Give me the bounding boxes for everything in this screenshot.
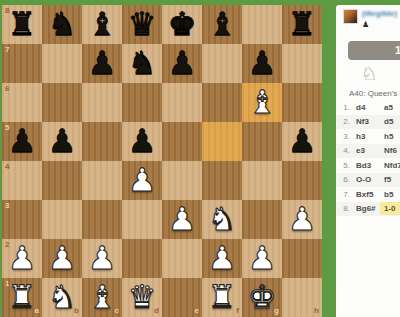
white-pawn-b2: ♟ — [48, 239, 77, 278]
white-move[interactable]: Nf3 — [356, 117, 384, 126]
square-e3[interactable]: ♟ — [162, 200, 202, 239]
black-pawn-c7: ♟ — [88, 44, 117, 83]
square-b4[interactable] — [42, 161, 82, 200]
square-b5[interactable]: ♟ — [42, 122, 82, 161]
square-a7[interactable]: 7 — [2, 44, 42, 83]
square-b7[interactable] — [42, 44, 82, 83]
white-queen-d1: ♛ — [128, 278, 157, 317]
black-move[interactable]: f5 — [384, 175, 391, 184]
square-f2[interactable]: ♟ — [202, 239, 242, 278]
square-b1[interactable]: b♞ — [42, 278, 82, 317]
white-knight-b1: ♞ — [48, 278, 77, 317]
white-bishop-c1: ♝ — [88, 278, 117, 317]
black-pawn-g7: ♟ — [248, 44, 277, 83]
file-label-e: e — [195, 307, 199, 315]
black-move[interactable]: b5 — [384, 190, 393, 199]
square-d7[interactable]: ♞ — [122, 44, 162, 83]
white-move[interactable]: Bd3 — [356, 161, 384, 170]
move-row-4: 4.e3Nf6 — [336, 144, 400, 159]
square-c5[interactable] — [82, 122, 122, 161]
square-f1[interactable]: f♜ — [202, 278, 242, 317]
move-number: 3. — [340, 132, 350, 141]
square-d4[interactable]: ♟ — [122, 161, 162, 200]
square-f5[interactable] — [202, 122, 242, 161]
square-e4[interactable] — [162, 161, 202, 200]
square-e5[interactable] — [162, 122, 202, 161]
black-pawn-h5: ♟ — [288, 122, 317, 161]
square-f7[interactable] — [202, 44, 242, 83]
square-e2[interactable] — [162, 239, 202, 278]
black-rook-h8: ♜ — [288, 5, 317, 44]
square-a2[interactable]: 2♟ — [2, 239, 42, 278]
white-move[interactable]: d4 — [356, 103, 384, 112]
square-g8[interactable] — [242, 5, 282, 44]
square-h7[interactable] — [282, 44, 322, 83]
game-page: { "game": "chess", "position": { "fen": … — [0, 0, 400, 317]
square-f6[interactable] — [202, 83, 242, 122]
square-b6[interactable] — [42, 83, 82, 122]
chess-board[interactable]: 8♜♞♝♛♚♝♜7♟♞♟♟6♝5♟♟♟♟4♟3♟♞♟2♟♟♟♟♟1a♜b♞c♝d… — [2, 5, 322, 317]
rank-label-4: 4 — [5, 163, 9, 171]
move-row-3: 3.h3h5 — [336, 129, 400, 144]
move-number: 6. — [340, 175, 350, 184]
rank-label-7: 7 — [5, 46, 9, 54]
square-d2[interactable] — [122, 239, 162, 278]
black-queen-d8: ♛ — [128, 5, 157, 44]
pawn-icon: ♟ — [362, 20, 369, 29]
square-h3[interactable]: ♟ — [282, 200, 322, 239]
white-pawn-g2: ♟ — [248, 239, 277, 278]
square-a8[interactable]: 8♜ — [2, 5, 42, 44]
square-e8[interactable]: ♚ — [162, 5, 202, 44]
square-c7[interactable]: ♟ — [82, 44, 122, 83]
square-f4[interactable] — [202, 161, 242, 200]
knight-icon: ♘ — [358, 62, 380, 84]
square-g6[interactable]: ♝ — [242, 83, 282, 122]
white-pawn-f2: ♟ — [208, 239, 237, 278]
move-number: 7. — [340, 190, 350, 199]
rank-label-3: 3 — [5, 202, 9, 210]
white-pawn-e3: ♟ — [168, 200, 197, 239]
black-knight-b8: ♞ — [48, 5, 77, 44]
move-number: 5. — [340, 161, 350, 170]
player-username[interactable]: (illegible) — [362, 9, 400, 19]
square-b8[interactable]: ♞ — [42, 5, 82, 44]
white-rook-f1: ♜ — [208, 278, 237, 317]
move-row-5: 5.Bd3Nfd7 — [336, 158, 400, 173]
player-clock: 1 — [348, 41, 400, 60]
white-move[interactable]: h3 — [356, 132, 384, 141]
square-c8[interactable]: ♝ — [82, 5, 122, 44]
square-d3[interactable] — [122, 200, 162, 239]
square-e6[interactable] — [162, 83, 202, 122]
white-knight-f3: ♞ — [208, 200, 237, 239]
square-e1[interactable]: e — [162, 278, 202, 317]
square-a4[interactable]: 4 — [2, 161, 42, 200]
square-g5[interactable] — [242, 122, 282, 161]
white-pawn-h3: ♟ — [288, 200, 317, 239]
square-d8[interactable]: ♛ — [122, 5, 162, 44]
square-g1[interactable]: g♚ — [242, 278, 282, 317]
black-move[interactable]: h5 — [384, 132, 393, 141]
move-number: 8. — [340, 204, 350, 213]
square-f3[interactable]: ♞ — [202, 200, 242, 239]
move-row-2: 2.Nf3d5 — [336, 115, 400, 130]
square-h1[interactable]: h — [282, 278, 322, 317]
square-c2[interactable]: ♟ — [82, 239, 122, 278]
white-pawn-d4: ♟ — [128, 161, 157, 200]
square-h8[interactable]: ♜ — [282, 5, 322, 44]
square-g3[interactable] — [242, 200, 282, 239]
white-king-g1: ♚ — [248, 278, 277, 317]
move-number: 4. — [340, 146, 350, 155]
square-g4[interactable] — [242, 161, 282, 200]
file-label-f: f — [236, 307, 239, 315]
game-result[interactable]: 1-0 — [384, 202, 400, 215]
move-row-1: 1.d4a5 — [336, 100, 400, 115]
square-a3[interactable]: 3 — [2, 200, 42, 239]
opening-name: A40: Queen's Pawn Game — [349, 89, 400, 98]
black-move[interactable]: Nf6 — [384, 146, 397, 155]
square-c3[interactable] — [82, 200, 122, 239]
white-rook-a1: ♜ — [8, 278, 37, 317]
black-move[interactable]: a5 — [384, 103, 393, 112]
white-move[interactable]: e3 — [356, 146, 384, 155]
rank-label-6: 6 — [5, 85, 9, 93]
move-row-8: 8.Bg6#1-0 — [336, 202, 400, 217]
move-row-7: 7.Bxf5b5 — [336, 187, 400, 202]
square-a6[interactable]: 6 — [2, 83, 42, 122]
square-b3[interactable] — [42, 200, 82, 239]
black-pawn-e7: ♟ — [168, 44, 197, 83]
black-move[interactable]: d5 — [384, 117, 393, 126]
white-bishop-g6: ♝ — [248, 83, 277, 122]
black-pawn-a5: ♟ — [8, 122, 37, 161]
square-d5[interactable]: ♟ — [122, 122, 162, 161]
move-row-6: 6.O-Of5 — [336, 173, 400, 188]
square-e7[interactable]: ♟ — [162, 44, 202, 83]
white-move[interactable]: Bxf5 — [356, 190, 384, 199]
player-avatar[interactable] — [343, 9, 358, 24]
square-h4[interactable] — [282, 161, 322, 200]
file-label-h: h — [314, 307, 319, 315]
square-g2[interactable]: ♟ — [242, 239, 282, 278]
square-c4[interactable] — [82, 161, 122, 200]
black-move[interactable]: Nfd7 — [384, 161, 400, 170]
square-h6[interactable] — [282, 83, 322, 122]
black-pawn-d5: ♟ — [128, 122, 157, 161]
white-move[interactable]: O-O — [356, 175, 384, 184]
move-number: 1. — [340, 103, 350, 112]
square-c1[interactable]: c♝ — [82, 278, 122, 317]
black-rook-a8: ♜ — [8, 5, 37, 44]
square-h5[interactable]: ♟ — [282, 122, 322, 161]
move-list: 1.d4a52.Nf3d53.h3h54.e3Nf65.Bd3Nfd76.O-O… — [336, 100, 400, 216]
black-bishop-f8: ♝ — [208, 5, 237, 44]
square-d6[interactable] — [122, 83, 162, 122]
black-pawn-b5: ♟ — [48, 122, 77, 161]
square-g7[interactable]: ♟ — [242, 44, 282, 83]
black-knight-d7: ♞ — [128, 44, 157, 83]
square-c6[interactable] — [82, 83, 122, 122]
square-d1[interactable]: d♛ — [122, 278, 162, 317]
game-sidebar: (illegible) ♟ 1 ♘ A40: Queen's Pawn Game… — [336, 5, 400, 317]
square-a5[interactable]: 5♟ — [2, 122, 42, 161]
white-pawn-a2: ♟ — [8, 239, 37, 278]
black-bishop-c8: ♝ — [88, 5, 117, 44]
square-a1[interactable]: 1a♜ — [2, 278, 42, 317]
square-b2[interactable]: ♟ — [42, 239, 82, 278]
result-chip[interactable]: 1-0 — [380, 202, 400, 215]
white-pawn-c2: ♟ — [88, 239, 117, 278]
clock-time: 1 — [395, 44, 400, 56]
square-f8[interactable]: ♝ — [202, 5, 242, 44]
black-king-e8: ♚ — [168, 5, 197, 44]
move-number: 2. — [340, 117, 350, 126]
square-h2[interactable] — [282, 239, 322, 278]
